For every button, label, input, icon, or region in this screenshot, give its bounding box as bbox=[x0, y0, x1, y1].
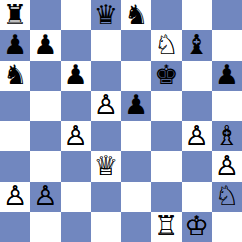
square-c2[interactable] bbox=[61, 182, 91, 212]
square-c1[interactable] bbox=[61, 212, 91, 242]
square-a5[interactable] bbox=[0, 91, 30, 121]
square-d4[interactable] bbox=[91, 121, 121, 151]
square-c6[interactable]: ♟ bbox=[61, 61, 91, 91]
square-g7[interactable]: ♝ bbox=[182, 30, 212, 60]
square-h4[interactable]: ♗ bbox=[212, 121, 242, 151]
black-king-icon[interactable]: ♚ bbox=[154, 61, 178, 88]
square-d6[interactable] bbox=[91, 61, 121, 91]
square-h8[interactable] bbox=[212, 0, 242, 30]
square-b2[interactable]: ♙ bbox=[30, 182, 60, 212]
white-queen-icon[interactable]: ♕ bbox=[94, 152, 118, 179]
square-h2[interactable]: ♘ bbox=[212, 182, 242, 212]
black-pawn-icon[interactable]: ♟ bbox=[3, 31, 27, 58]
square-e6[interactable] bbox=[121, 61, 151, 91]
square-c7[interactable] bbox=[61, 30, 91, 60]
black-knight-icon[interactable]: ♞ bbox=[124, 1, 148, 28]
square-e5[interactable]: ♟ bbox=[121, 91, 151, 121]
square-g3[interactable] bbox=[182, 151, 212, 181]
square-d3[interactable]: ♕ bbox=[91, 151, 121, 181]
square-d8[interactable]: ♛ bbox=[91, 0, 121, 30]
square-f2[interactable] bbox=[151, 182, 181, 212]
square-e2[interactable] bbox=[121, 182, 151, 212]
square-h6[interactable]: ♟ bbox=[212, 61, 242, 91]
black-knight-icon[interactable]: ♞ bbox=[3, 61, 27, 88]
white-pawn-icon[interactable]: ♙ bbox=[64, 122, 88, 149]
square-h1[interactable] bbox=[212, 212, 242, 242]
chess-board: ♜♛♞♟♟♘♝♞♟♚♟♙♟♙♙♗♕♙♙♙♘♖♔ bbox=[0, 0, 242, 242]
square-c5[interactable] bbox=[61, 91, 91, 121]
square-e1[interactable] bbox=[121, 212, 151, 242]
square-c4[interactable]: ♙ bbox=[61, 121, 91, 151]
white-king-icon[interactable]: ♔ bbox=[185, 212, 209, 239]
black-pawn-icon[interactable]: ♟ bbox=[64, 61, 88, 88]
square-e8[interactable]: ♞ bbox=[121, 0, 151, 30]
black-rook-icon[interactable]: ♜ bbox=[3, 1, 27, 28]
white-knight-icon[interactable]: ♘ bbox=[154, 31, 178, 58]
white-pawn-icon[interactable]: ♙ bbox=[215, 152, 239, 179]
white-pawn-icon[interactable]: ♙ bbox=[3, 182, 27, 209]
square-f6[interactable]: ♚ bbox=[151, 61, 181, 91]
white-bishop-icon[interactable]: ♗ bbox=[215, 122, 239, 149]
square-g4[interactable]: ♙ bbox=[182, 121, 212, 151]
square-e7[interactable] bbox=[121, 30, 151, 60]
square-b4[interactable] bbox=[30, 121, 60, 151]
square-h7[interactable] bbox=[212, 30, 242, 60]
square-a6[interactable]: ♞ bbox=[0, 61, 30, 91]
square-b8[interactable] bbox=[30, 0, 60, 30]
square-a4[interactable] bbox=[0, 121, 30, 151]
white-pawn-icon[interactable]: ♙ bbox=[94, 91, 118, 118]
square-g6[interactable] bbox=[182, 61, 212, 91]
square-a1[interactable] bbox=[0, 212, 30, 242]
square-b5[interactable] bbox=[30, 91, 60, 121]
black-queen-icon[interactable]: ♛ bbox=[94, 1, 118, 28]
square-d2[interactable] bbox=[91, 182, 121, 212]
white-knight-icon[interactable]: ♘ bbox=[215, 182, 239, 209]
square-a8[interactable]: ♜ bbox=[0, 0, 30, 30]
square-e3[interactable] bbox=[121, 151, 151, 181]
square-g1[interactable]: ♔ bbox=[182, 212, 212, 242]
square-b1[interactable] bbox=[30, 212, 60, 242]
square-f5[interactable] bbox=[151, 91, 181, 121]
square-b7[interactable]: ♟ bbox=[30, 30, 60, 60]
white-pawn-icon[interactable]: ♙ bbox=[185, 122, 209, 149]
square-f1[interactable]: ♖ bbox=[151, 212, 181, 242]
square-d5[interactable]: ♙ bbox=[91, 91, 121, 121]
white-pawn-icon[interactable]: ♙ bbox=[33, 182, 57, 209]
black-pawn-icon[interactable]: ♟ bbox=[124, 91, 148, 118]
square-f7[interactable]: ♘ bbox=[151, 30, 181, 60]
square-b3[interactable] bbox=[30, 151, 60, 181]
black-pawn-icon[interactable]: ♟ bbox=[33, 31, 57, 58]
square-a7[interactable]: ♟ bbox=[0, 30, 30, 60]
square-c3[interactable] bbox=[61, 151, 91, 181]
square-f3[interactable] bbox=[151, 151, 181, 181]
square-h5[interactable] bbox=[212, 91, 242, 121]
black-bishop-icon[interactable]: ♝ bbox=[185, 31, 209, 58]
square-g8[interactable] bbox=[182, 0, 212, 30]
square-d7[interactable] bbox=[91, 30, 121, 60]
square-a3[interactable] bbox=[0, 151, 30, 181]
square-h3[interactable]: ♙ bbox=[212, 151, 242, 181]
white-rook-icon[interactable]: ♖ bbox=[154, 212, 178, 239]
square-g5[interactable] bbox=[182, 91, 212, 121]
square-b6[interactable] bbox=[30, 61, 60, 91]
square-c8[interactable] bbox=[61, 0, 91, 30]
square-e4[interactable] bbox=[121, 121, 151, 151]
square-f4[interactable] bbox=[151, 121, 181, 151]
square-g2[interactable] bbox=[182, 182, 212, 212]
square-f8[interactable] bbox=[151, 0, 181, 30]
square-d1[interactable] bbox=[91, 212, 121, 242]
chess-board-container: ♜♛♞♟♟♘♝♞♟♚♟♙♟♙♙♗♕♙♙♙♘♖♔ bbox=[0, 0, 242, 242]
black-pawn-icon[interactable]: ♟ bbox=[215, 61, 239, 88]
square-a2[interactable]: ♙ bbox=[0, 182, 30, 212]
